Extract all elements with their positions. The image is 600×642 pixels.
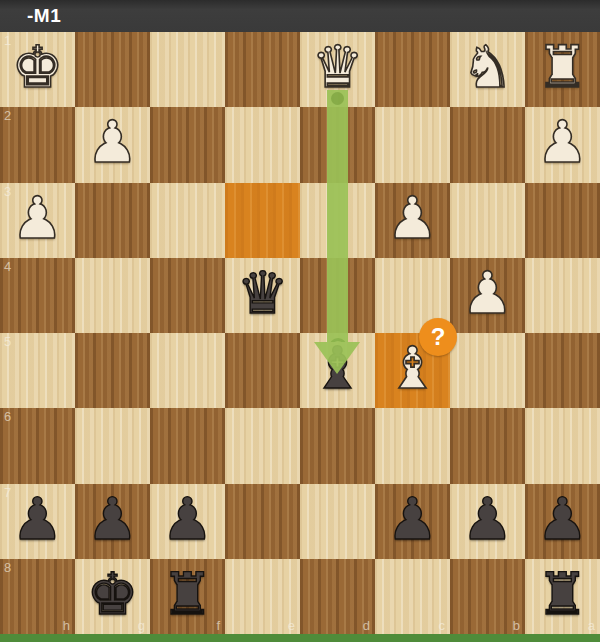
square-h8[interactable]: 8h: [0, 559, 75, 634]
piece-black-rook[interactable]: ♜: [162, 557, 214, 632]
square-b5[interactable]: [450, 333, 525, 408]
square-a1[interactable]: ♜: [525, 32, 600, 107]
file-label-d: d: [363, 618, 370, 633]
square-e6[interactable]: [225, 408, 300, 483]
rank-label-5: 5: [4, 334, 11, 349]
file-label-c: c: [439, 618, 446, 633]
square-e4[interactable]: ♛: [225, 258, 300, 333]
piece-white-rook[interactable]: ♜: [537, 30, 589, 105]
rank-label-1: 1: [4, 33, 11, 48]
square-e1[interactable]: [225, 32, 300, 107]
piece-black-pawn[interactable]: ♟: [162, 482, 214, 557]
square-f8[interactable]: f♜: [150, 559, 225, 634]
square-f3[interactable]: [150, 183, 225, 258]
square-c3[interactable]: ♟: [375, 183, 450, 258]
square-a7[interactable]: ♟: [525, 484, 600, 559]
square-c2[interactable]: [375, 107, 450, 182]
square-g5[interactable]: [75, 333, 150, 408]
square-h2[interactable]: 2: [0, 107, 75, 182]
square-d1[interactable]: ♛: [300, 32, 375, 107]
square-a6[interactable]: [525, 408, 600, 483]
file-label-g: g: [138, 618, 145, 633]
square-c7[interactable]: ♟: [375, 484, 450, 559]
square-h1[interactable]: 1♚: [0, 32, 75, 107]
square-a4[interactable]: [525, 258, 600, 333]
square-d7[interactable]: [300, 484, 375, 559]
file-label-a: a: [588, 618, 595, 633]
square-a3[interactable]: [525, 183, 600, 258]
rank-label-6: 6: [4, 409, 11, 424]
piece-white-queen[interactable]: ♛: [312, 30, 364, 105]
square-e5[interactable]: [225, 333, 300, 408]
square-e3[interactable]: [225, 183, 300, 258]
square-b7[interactable]: ♟: [450, 484, 525, 559]
rank-label-2: 2: [4, 108, 11, 123]
square-f7[interactable]: ♟: [150, 484, 225, 559]
rank-label-7: 7: [4, 485, 11, 500]
file-label-h: h: [63, 618, 70, 633]
piece-black-pawn[interactable]: ♟: [87, 482, 139, 557]
chess-analysis-app: -M1 1♚♛♞♜2♟♟3♟♟4♛♟5♝♝67♟♟♟♟♟♟8hg♚f♜edcba…: [0, 0, 600, 642]
piece-black-pawn[interactable]: ♟: [12, 482, 64, 557]
square-g1[interactable]: [75, 32, 150, 107]
square-e2[interactable]: [225, 107, 300, 182]
square-b3[interactable]: [450, 183, 525, 258]
square-b6[interactable]: [450, 408, 525, 483]
square-h3[interactable]: 3♟: [0, 183, 75, 258]
file-label-b: b: [513, 618, 520, 633]
square-e7[interactable]: [225, 484, 300, 559]
square-a5[interactable]: [525, 333, 600, 408]
rank-label-3: 3: [4, 184, 11, 199]
chess-board[interactable]: 1♚♛♞♜2♟♟3♟♟4♛♟5♝♝67♟♟♟♟♟♟8hg♚f♜edcba♜: [0, 32, 600, 634]
square-c8[interactable]: c: [375, 559, 450, 634]
square-c1[interactable]: [375, 32, 450, 107]
piece-white-pawn[interactable]: ♟: [12, 181, 64, 256]
square-f2[interactable]: [150, 107, 225, 182]
square-d3[interactable]: [300, 183, 375, 258]
piece-white-pawn[interactable]: ♟: [462, 256, 514, 331]
square-g6[interactable]: [75, 408, 150, 483]
square-g3[interactable]: [75, 183, 150, 258]
rank-label-4: 4: [4, 259, 11, 274]
bottom-progress-strip: [0, 634, 600, 642]
file-label-f: f: [216, 618, 220, 633]
square-f5[interactable]: [150, 333, 225, 408]
square-b4[interactable]: ♟: [450, 258, 525, 333]
square-a2[interactable]: ♟: [525, 107, 600, 182]
evaluation-bar: -M1: [0, 0, 600, 32]
square-g2[interactable]: ♟: [75, 107, 150, 182]
square-b2[interactable]: [450, 107, 525, 182]
square-d2[interactable]: [300, 107, 375, 182]
square-g4[interactable]: [75, 258, 150, 333]
square-h5[interactable]: 5: [0, 333, 75, 408]
square-a8[interactable]: a♜: [525, 559, 600, 634]
chess-board-wrap: 1♚♛♞♜2♟♟3♟♟4♛♟5♝♝67♟♟♟♟♟♟8hg♚f♜edcba♜ ?: [0, 32, 600, 634]
square-b8[interactable]: b: [450, 559, 525, 634]
square-g7[interactable]: ♟: [75, 484, 150, 559]
piece-black-queen[interactable]: ♛: [237, 256, 289, 331]
piece-black-pawn[interactable]: ♟: [462, 482, 514, 557]
piece-white-pawn[interactable]: ♟: [87, 105, 139, 180]
piece-white-pawn[interactable]: ♟: [537, 105, 589, 180]
square-f4[interactable]: [150, 258, 225, 333]
rank-label-8: 8: [4, 560, 11, 575]
piece-white-pawn[interactable]: ♟: [387, 181, 439, 256]
square-d4[interactable]: [300, 258, 375, 333]
square-b1[interactable]: ♞: [450, 32, 525, 107]
piece-black-bishop[interactable]: ♝: [312, 331, 364, 406]
square-h4[interactable]: 4: [0, 258, 75, 333]
piece-black-pawn[interactable]: ♟: [537, 482, 589, 557]
square-e8[interactable]: e: [225, 559, 300, 634]
square-f6[interactable]: [150, 408, 225, 483]
piece-black-rook[interactable]: ♜: [537, 557, 589, 632]
piece-white-knight[interactable]: ♞: [462, 30, 514, 105]
square-d6[interactable]: [300, 408, 375, 483]
square-d8[interactable]: d: [300, 559, 375, 634]
evaluation-text: -M1: [27, 5, 61, 27]
square-h7[interactable]: 7♟: [0, 484, 75, 559]
file-label-e: e: [288, 618, 295, 633]
piece-black-king[interactable]: ♚: [87, 557, 139, 632]
square-g8[interactable]: g♚: [75, 559, 150, 634]
square-h6[interactable]: 6: [0, 408, 75, 483]
square-f1[interactable]: [150, 32, 225, 107]
mistake-question-badge: ?: [419, 318, 457, 356]
square-d5[interactable]: ♝: [300, 333, 375, 408]
square-c6[interactable]: [375, 408, 450, 483]
piece-white-king[interactable]: ♚: [12, 30, 64, 105]
piece-black-pawn[interactable]: ♟: [387, 482, 439, 557]
